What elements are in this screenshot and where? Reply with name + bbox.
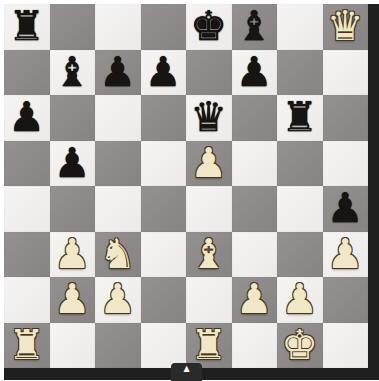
square-a5[interactable] bbox=[4, 141, 50, 187]
square-f3[interactable] bbox=[232, 232, 278, 278]
square-g3[interactable] bbox=[277, 232, 323, 278]
square-c8[interactable] bbox=[95, 4, 141, 50]
square-b4[interactable] bbox=[50, 186, 96, 232]
square-g8[interactable] bbox=[277, 4, 323, 50]
square-c4[interactable] bbox=[95, 186, 141, 232]
page: ♜♚♝♛♝♟♟♟♟♛♜♟♟♟♟♞♝♟♟♟♟♟♜♜♚ ▲ bbox=[0, 0, 379, 381]
square-e5[interactable]: ♟ bbox=[186, 141, 232, 187]
piece-white-pawn[interactable]: ♟ bbox=[54, 277, 91, 323]
square-c7[interactable]: ♟ bbox=[95, 50, 141, 96]
board-frame: ♜♚♝♛♝♟♟♟♟♛♜♟♟♟♟♞♝♟♟♟♟♟♜♜♚ bbox=[4, 4, 379, 380]
square-f7[interactable]: ♟ bbox=[232, 50, 278, 96]
square-h6[interactable] bbox=[323, 95, 369, 141]
piece-black-pawn[interactable]: ♟ bbox=[54, 141, 91, 187]
piece-black-rook[interactable]: ♜ bbox=[281, 95, 318, 141]
square-d3[interactable] bbox=[141, 232, 187, 278]
square-e4[interactable] bbox=[186, 186, 232, 232]
piece-white-queen[interactable]: ♛ bbox=[327, 4, 364, 50]
square-g5[interactable] bbox=[277, 141, 323, 187]
square-d8[interactable] bbox=[141, 4, 187, 50]
square-h7[interactable] bbox=[323, 50, 369, 96]
square-c3[interactable]: ♞ bbox=[95, 232, 141, 278]
piece-black-queen[interactable]: ♛ bbox=[190, 95, 227, 141]
square-b2[interactable]: ♟ bbox=[50, 277, 96, 323]
piece-white-pawn[interactable]: ♟ bbox=[281, 277, 318, 323]
square-g1[interactable]: ♚ bbox=[277, 323, 323, 369]
square-b8[interactable] bbox=[50, 4, 96, 50]
piece-white-rook[interactable]: ♜ bbox=[8, 323, 45, 369]
piece-white-pawn[interactable]: ♟ bbox=[54, 232, 91, 278]
square-d6[interactable] bbox=[141, 95, 187, 141]
square-g7[interactable] bbox=[277, 50, 323, 96]
square-b1[interactable] bbox=[50, 323, 96, 369]
piece-black-pawn[interactable]: ♟ bbox=[327, 186, 364, 232]
square-a1[interactable]: ♜ bbox=[4, 323, 50, 369]
square-a3[interactable] bbox=[4, 232, 50, 278]
piece-black-bishop[interactable]: ♝ bbox=[54, 50, 91, 96]
square-f8[interactable]: ♝ bbox=[232, 4, 278, 50]
square-c6[interactable] bbox=[95, 95, 141, 141]
piece-black-king[interactable]: ♚ bbox=[190, 4, 227, 50]
piece-black-bishop[interactable]: ♝ bbox=[236, 4, 273, 50]
square-e6[interactable]: ♛ bbox=[186, 95, 232, 141]
square-h5[interactable] bbox=[323, 141, 369, 187]
piece-black-pawn[interactable]: ♟ bbox=[99, 50, 136, 96]
square-c5[interactable] bbox=[95, 141, 141, 187]
square-e7[interactable] bbox=[186, 50, 232, 96]
up-arrow-icon: ▲ bbox=[183, 363, 189, 375]
square-h4[interactable]: ♟ bbox=[323, 186, 369, 232]
piece-white-pawn[interactable]: ♟ bbox=[327, 232, 364, 278]
square-h1[interactable] bbox=[323, 323, 369, 369]
square-f5[interactable] bbox=[232, 141, 278, 187]
square-b7[interactable]: ♝ bbox=[50, 50, 96, 96]
piece-white-knight[interactable]: ♞ bbox=[99, 232, 136, 278]
piece-black-rook[interactable]: ♜ bbox=[8, 4, 45, 50]
square-d1[interactable] bbox=[141, 323, 187, 369]
square-d7[interactable]: ♟ bbox=[141, 50, 187, 96]
square-g6[interactable]: ♜ bbox=[277, 95, 323, 141]
piece-white-king[interactable]: ♚ bbox=[281, 323, 318, 369]
square-h8[interactable]: ♛ bbox=[323, 4, 369, 50]
piece-white-pawn[interactable]: ♟ bbox=[236, 277, 273, 323]
square-d5[interactable] bbox=[141, 141, 187, 187]
square-f6[interactable] bbox=[232, 95, 278, 141]
piece-black-pawn[interactable]: ♟ bbox=[145, 50, 182, 96]
square-e8[interactable]: ♚ bbox=[186, 4, 232, 50]
piece-white-bishop[interactable]: ♝ bbox=[190, 232, 227, 278]
square-f4[interactable] bbox=[232, 186, 278, 232]
square-a8[interactable]: ♜ bbox=[4, 4, 50, 50]
square-b6[interactable] bbox=[50, 95, 96, 141]
piece-white-rook[interactable]: ♜ bbox=[190, 323, 227, 369]
square-h3[interactable]: ♟ bbox=[323, 232, 369, 278]
square-b3[interactable]: ♟ bbox=[50, 232, 96, 278]
square-e3[interactable]: ♝ bbox=[186, 232, 232, 278]
square-c2[interactable]: ♟ bbox=[95, 277, 141, 323]
square-g4[interactable] bbox=[277, 186, 323, 232]
piece-white-pawn[interactable]: ♟ bbox=[99, 277, 136, 323]
square-f2[interactable]: ♟ bbox=[232, 277, 278, 323]
square-a2[interactable] bbox=[4, 277, 50, 323]
square-f1[interactable] bbox=[232, 323, 278, 369]
square-h2[interactable] bbox=[323, 277, 369, 323]
square-e1[interactable]: ♜ bbox=[186, 323, 232, 369]
square-g2[interactable]: ♟ bbox=[277, 277, 323, 323]
square-b5[interactable]: ♟ bbox=[50, 141, 96, 187]
piece-black-pawn[interactable]: ♟ bbox=[8, 95, 45, 141]
square-c1[interactable] bbox=[95, 323, 141, 369]
piece-black-pawn[interactable]: ♟ bbox=[236, 50, 273, 96]
square-e2[interactable] bbox=[186, 277, 232, 323]
chess-board: ♜♚♝♛♝♟♟♟♟♛♜♟♟♟♟♞♝♟♟♟♟♟♜♜♚ bbox=[4, 4, 368, 368]
square-d2[interactable] bbox=[141, 277, 187, 323]
square-d4[interactable] bbox=[141, 186, 187, 232]
expand-tab-button[interactable]: ▲ bbox=[171, 363, 202, 381]
square-a7[interactable] bbox=[4, 50, 50, 96]
square-a4[interactable] bbox=[4, 186, 50, 232]
piece-white-pawn[interactable]: ♟ bbox=[190, 141, 227, 187]
square-a6[interactable]: ♟ bbox=[4, 95, 50, 141]
